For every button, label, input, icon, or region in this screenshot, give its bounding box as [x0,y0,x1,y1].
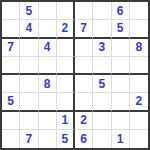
cell-r7c1-empty[interactable] [2,112,20,130]
cell-r3c1-given[interactable]: 7 [2,39,20,57]
cell-r4c2-empty[interactable] [20,57,38,75]
cell-r4c1-empty[interactable] [2,57,20,75]
cell-r5c5-empty[interactable] [75,75,93,93]
cell-r5c7-empty[interactable] [112,75,130,93]
cell-r2c1-empty[interactable] [2,20,20,38]
cell-r5c8-empty[interactable] [130,75,148,93]
cell-r4c3-empty[interactable] [39,57,57,75]
cell-r2c5-given[interactable]: 7 [75,20,93,38]
cell-r1c2-given[interactable]: 5 [20,2,38,20]
cell-r1c3-empty[interactable] [39,2,57,20]
cell-r2c4-given[interactable]: 2 [57,20,75,38]
cell-r6c1-given[interactable]: 5 [2,93,20,111]
cell-r1c4-empty[interactable] [57,2,75,20]
cell-r3c4-empty[interactable] [57,39,75,57]
cell-r8c4-given[interactable]: 5 [57,130,75,148]
cell-r3c8-given[interactable]: 8 [130,39,148,57]
cell-r1c6-empty[interactable] [93,2,111,20]
cell-r4c7-empty[interactable] [112,57,130,75]
cell-r8c5-given[interactable]: 6 [75,130,93,148]
cell-r2c7-given[interactable]: 5 [112,20,130,38]
cell-r6c7-empty[interactable] [112,93,130,111]
cell-r7c4-given[interactable]: 1 [57,112,75,130]
cell-r7c6-empty[interactable] [93,112,111,130]
cell-r8c1-empty[interactable] [2,130,20,148]
cell-r1c8-empty[interactable] [130,2,148,20]
cell-r1c7-given[interactable]: 6 [112,2,130,20]
cell-r3c5-empty[interactable] [75,39,93,57]
cell-r6c3-empty[interactable] [39,93,57,111]
cell-r2c3-empty[interactable] [39,20,57,38]
cell-r6c8-given[interactable]: 2 [130,93,148,111]
cell-r8c8-empty[interactable] [130,130,148,148]
cell-r7c7-empty[interactable] [112,112,130,130]
cell-r6c2-empty[interactable] [20,93,38,111]
cell-r3c3-given[interactable]: 4 [39,39,57,57]
cell-r5c6-given[interactable]: 5 [93,75,111,93]
cell-r5c2-empty[interactable] [20,75,38,93]
sudoku-board: 56427574388552127561 [0,0,150,150]
cell-r7c2-empty[interactable] [20,112,38,130]
cell-r5c3-given[interactable]: 8 [39,75,57,93]
cell-r7c8-empty[interactable] [130,112,148,130]
cell-r3c6-given[interactable]: 3 [93,39,111,57]
cell-r8c3-empty[interactable] [39,130,57,148]
cell-r2c8-empty[interactable] [130,20,148,38]
cell-r1c5-empty[interactable] [75,2,93,20]
cell-r1c1-empty[interactable] [2,2,20,20]
cell-r5c4-empty[interactable] [57,75,75,93]
cell-r6c6-empty[interactable] [93,93,111,111]
cell-r4c6-empty[interactable] [93,57,111,75]
cell-r6c5-empty[interactable] [75,93,93,111]
cell-r3c2-empty[interactable] [20,39,38,57]
cell-r8c6-empty[interactable] [93,130,111,148]
cell-r7c3-empty[interactable] [39,112,57,130]
cell-r2c6-empty[interactable] [93,20,111,38]
cell-r4c4-empty[interactable] [57,57,75,75]
cell-r8c7-given[interactable]: 1 [112,130,130,148]
cell-r3c7-empty[interactable] [112,39,130,57]
cell-r8c2-given[interactable]: 7 [20,130,38,148]
cell-r4c8-empty[interactable] [130,57,148,75]
cell-r5c1-empty[interactable] [2,75,20,93]
cell-r7c5-given[interactable]: 2 [75,112,93,130]
cell-r2c2-given[interactable]: 4 [20,20,38,38]
cell-r6c4-empty[interactable] [57,93,75,111]
cell-r4c5-empty[interactable] [75,57,93,75]
